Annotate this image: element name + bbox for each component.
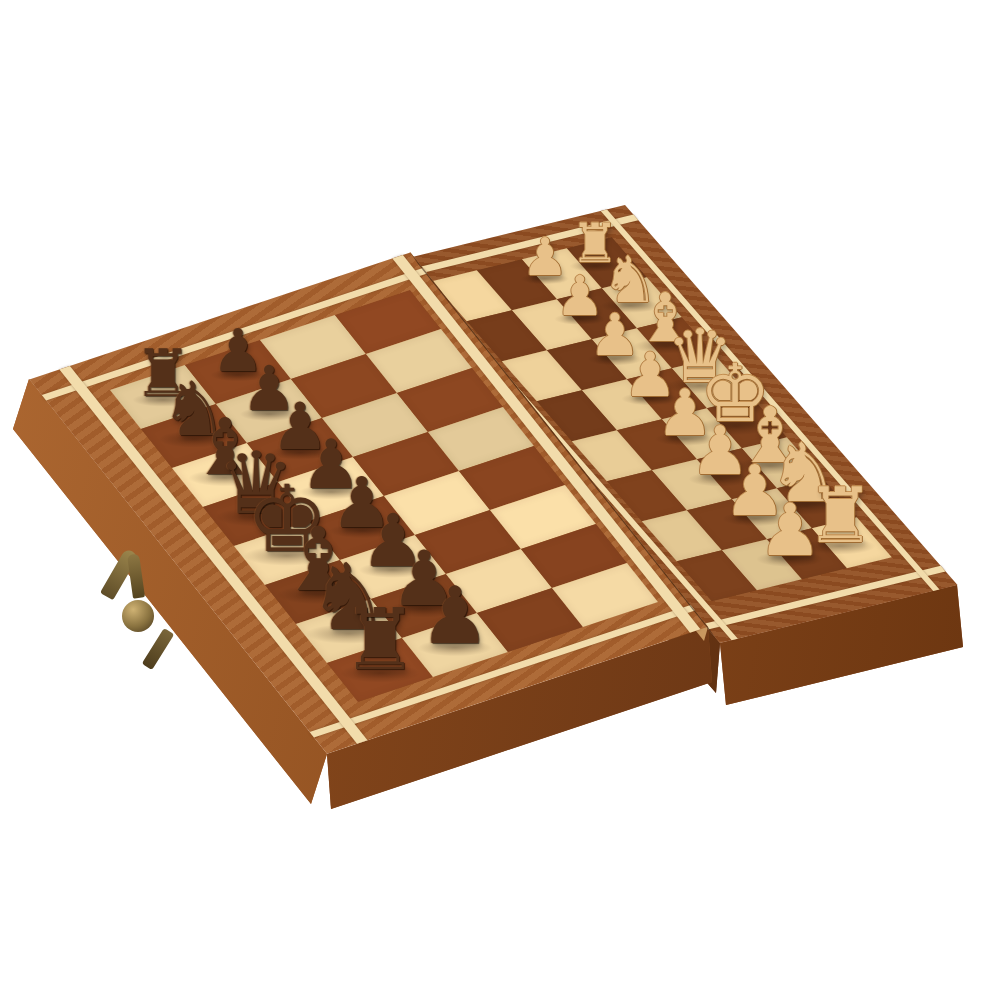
pieces-layer: ♜♟♞♟♝♟♟♛♟♜♟♚♞♟♟♝♝♟♟♞♛♟♟♜♚♟♟♝♟♞♟♜ (0, 0, 1000, 1000)
chess-piece-black-p[interactable]: ♟ (420, 577, 491, 656)
chess-piece-black-r[interactable]: ♜ (342, 597, 418, 682)
chess-piece-white-p[interactable]: ♟ (758, 494, 823, 566)
chess-set-photo: ♜♟♞♟♝♟♟♛♟♜♟♚♞♟♟♝♝♟♟♞♛♟♟♜♚♟♟♝♟♞♟♜ (0, 0, 1000, 1000)
